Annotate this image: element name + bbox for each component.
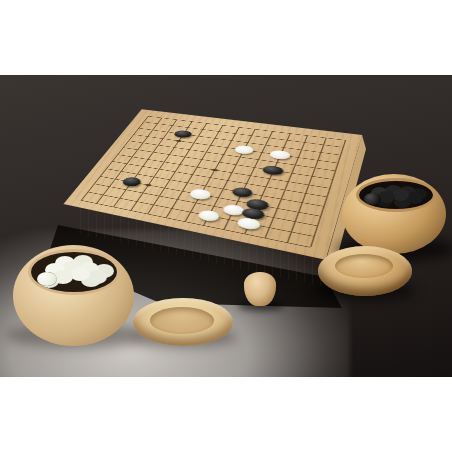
black-stone-bowl [342, 174, 446, 254]
product-photo-canvas [0, 0, 452, 452]
black-stones-heap [364, 193, 381, 205]
black-bowl-opening [356, 178, 436, 212]
bowl-lid-center [133, 298, 233, 346]
center-lid-dome [150, 307, 214, 334]
white-stones-heap [37, 272, 57, 286]
board-leg [244, 272, 276, 306]
white-stone-bowl [13, 245, 134, 346]
right-lid-dome [335, 254, 393, 278]
bowl-lid-right [318, 246, 412, 296]
photo-area [0, 75, 452, 377]
white-bowl-opening [28, 249, 120, 295]
